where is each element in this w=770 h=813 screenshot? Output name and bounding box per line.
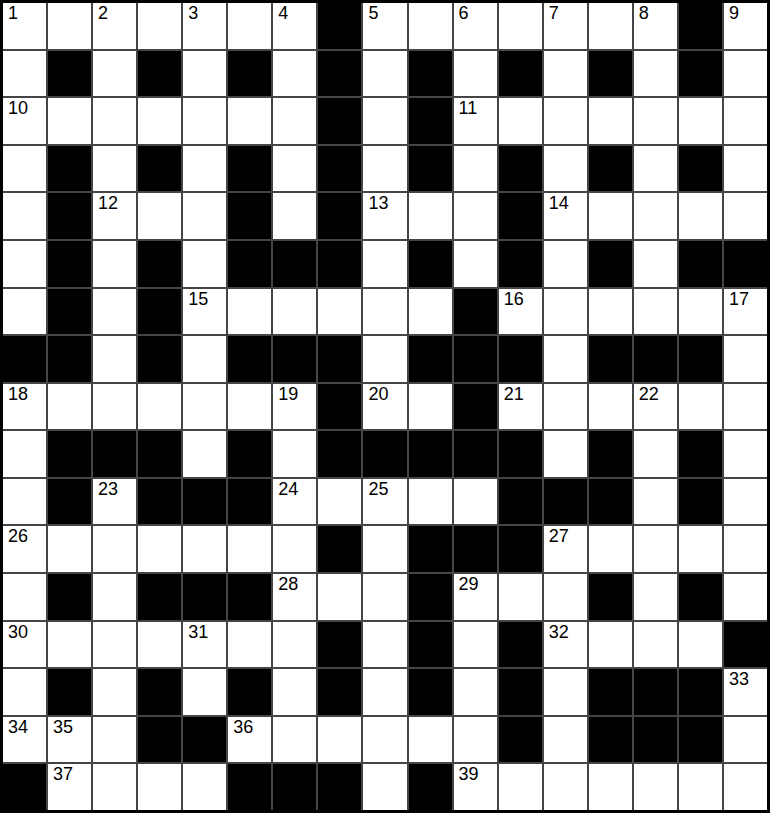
cell-r13c4[interactable]: 31 [183,622,226,668]
clue-number: 13 [368,194,388,214]
cell-r1c12[interactable] [544,51,587,97]
cell-r8c0[interactable]: 18 [3,384,46,430]
cell-r13c2[interactable] [93,622,136,668]
cell-r2c15[interactable] [679,98,722,144]
block-cell-r7c6 [273,336,316,382]
cell-r5c2[interactable] [93,241,136,287]
cell-r5c4[interactable] [183,241,226,287]
block-cell-r11c9 [409,526,452,572]
cell-r9c0[interactable] [3,431,46,477]
cell-r12c12[interactable] [544,574,587,620]
cell-r10c8[interactable]: 25 [363,479,406,525]
cell-r10c16[interactable] [724,479,767,525]
block-cell-r7c1 [48,336,91,382]
block-cell-r5c9 [409,241,452,287]
cell-r16c4[interactable] [183,764,226,810]
cell-r16c15[interactable] [679,764,722,810]
cell-r2c13[interactable] [589,98,632,144]
cell-r0c14[interactable]: 8 [634,3,677,49]
block-cell-r3c9 [409,146,452,192]
block-cell-r0c7 [318,3,361,49]
block-cell-r15c13 [589,717,632,763]
block-cell-r11c11 [499,526,542,572]
cell-r11c14[interactable] [634,526,677,572]
cell-r9c16[interactable] [724,431,767,477]
clue-number: 35 [53,718,73,738]
cell-r6c9[interactable] [409,289,452,335]
cell-r5c8[interactable] [363,241,406,287]
cell-r4c9[interactable] [409,193,452,239]
cell-r2c6[interactable] [273,98,316,144]
block-cell-r4c11 [499,193,542,239]
block-cell-r3c5 [228,146,271,192]
block-cell-r7c15 [679,336,722,382]
clue-number: 26 [8,527,28,547]
cell-r8c14[interactable]: 22 [634,384,677,430]
block-cell-r5c5 [228,241,271,287]
cell-r12c8[interactable] [363,574,406,620]
block-cell-r10c11 [499,479,542,525]
cell-r13c10[interactable] [454,622,497,668]
clue-number: 19 [278,385,298,405]
block-cell-r9c13 [589,431,632,477]
cell-r16c3[interactable] [138,764,181,810]
cell-r0c0[interactable]: 1 [3,3,46,49]
block-cell-r6c3 [138,289,181,335]
cell-r1c4[interactable] [183,51,226,97]
block-cell-r1c7 [318,51,361,97]
block-cell-r4c5 [228,193,271,239]
block-cell-r9c11 [499,431,542,477]
block-cell-r15c14 [634,717,677,763]
block-cell-r7c13 [589,336,632,382]
cell-r4c4[interactable] [183,193,226,239]
cell-r0c12[interactable]: 7 [544,3,587,49]
block-cell-r16c5 [228,764,271,810]
cell-r7c4[interactable] [183,336,226,382]
block-cell-r16c9 [409,764,452,810]
cell-r13c3[interactable] [138,622,181,668]
cell-r2c10[interactable]: 11 [454,98,497,144]
block-cell-r7c5 [228,336,271,382]
cell-r11c8[interactable] [363,526,406,572]
clue-number: 30 [8,623,28,643]
clue-number: 21 [504,385,524,405]
clue-number: 24 [278,480,298,500]
block-cell-r13c16 [724,622,767,668]
cell-r10c6[interactable]: 24 [273,479,316,525]
cell-r8c15[interactable] [679,384,722,430]
cell-r12c11[interactable] [499,574,542,620]
cell-r1c10[interactable] [454,51,497,97]
cell-r2c12[interactable] [544,98,587,144]
cell-r13c14[interactable] [634,622,677,668]
cell-r0c10[interactable]: 6 [454,3,497,49]
block-cell-r1c1 [48,51,91,97]
crossword-grid: 1234567891011121314151617181920212223242… [0,0,770,813]
cell-r10c14[interactable] [634,479,677,525]
cell-r3c0[interactable] [3,146,46,192]
block-cell-r4c7 [318,193,361,239]
block-cell-r5c15 [679,241,722,287]
block-cell-r13c11 [499,622,542,668]
cell-r8c5[interactable] [228,384,271,430]
block-cell-r7c11 [499,336,542,382]
cell-r4c3[interactable] [138,193,181,239]
cell-r11c1[interactable] [48,526,91,572]
block-cell-r6c1 [48,289,91,335]
cell-r3c12[interactable] [544,146,587,192]
block-cell-r11c10 [454,526,497,572]
cell-r13c8[interactable] [363,622,406,668]
cell-r3c8[interactable] [363,146,406,192]
cell-r6c5[interactable] [228,289,271,335]
cell-r6c2[interactable] [93,289,136,335]
cell-r6c13[interactable] [589,289,632,335]
block-cell-r1c13 [589,51,632,97]
cell-r13c0[interactable]: 30 [3,622,46,668]
cell-r2c2[interactable] [93,98,136,144]
cell-r11c2[interactable] [93,526,136,572]
block-cell-r4c1 [48,193,91,239]
cell-r13c12[interactable]: 32 [544,622,587,668]
cell-r9c12[interactable] [544,431,587,477]
cell-r13c5[interactable] [228,622,271,668]
clue-number: 37 [53,765,73,785]
cell-r2c1[interactable] [48,98,91,144]
cell-r11c0[interactable]: 26 [3,526,46,572]
cell-r1c8[interactable] [363,51,406,97]
cell-r14c8[interactable] [363,669,406,715]
cell-r15c6[interactable] [273,717,316,763]
block-cell-r1c3 [138,51,181,97]
cell-r10c10[interactable] [454,479,497,525]
block-cell-r12c1 [48,574,91,620]
cell-r4c16[interactable] [724,193,767,239]
block-cell-r13c9 [409,622,452,668]
cell-r2c3[interactable] [138,98,181,144]
cell-r4c15[interactable] [679,193,722,239]
cell-r2c8[interactable] [363,98,406,144]
block-cell-r16c0 [3,764,46,810]
block-cell-r14c9 [409,669,452,715]
cell-r4c2[interactable]: 12 [93,193,136,239]
cell-r7c12[interactable] [544,336,587,382]
clue-number: 22 [639,385,659,405]
clue-number: 2 [98,4,108,24]
cell-r1c6[interactable] [273,51,316,97]
cell-r0c13[interactable] [589,3,632,49]
block-cell-r12c4 [183,574,226,620]
cell-r14c6[interactable] [273,669,316,715]
cell-r3c6[interactable] [273,146,316,192]
cell-r14c12[interactable] [544,669,587,715]
clue-number: 20 [368,385,388,405]
cell-r8c16[interactable] [724,384,767,430]
cell-r6c4[interactable]: 15 [183,289,226,335]
cell-r10c9[interactable] [409,479,452,525]
cell-r8c13[interactable] [589,384,632,430]
block-cell-r7c9 [409,336,452,382]
block-cell-r14c5 [228,669,271,715]
cell-r3c2[interactable] [93,146,136,192]
cell-r16c13[interactable] [589,764,632,810]
block-cell-r9c3 [138,431,181,477]
cell-r5c10[interactable] [454,241,497,287]
block-cell-r15c15 [679,717,722,763]
cell-r6c6[interactable] [273,289,316,335]
cell-r4c10[interactable] [454,193,497,239]
cell-r7c2[interactable] [93,336,136,382]
cell-r5c12[interactable] [544,241,587,287]
cell-r8c8[interactable]: 20 [363,384,406,430]
block-cell-r5c1 [48,241,91,287]
block-cell-r1c5 [228,51,271,97]
clue-number: 7 [549,4,559,24]
block-cell-r5c7 [318,241,361,287]
cell-r11c5[interactable] [228,526,271,572]
clue-number: 31 [188,623,208,643]
cell-r8c4[interactable] [183,384,226,430]
cell-r16c8[interactable] [363,764,406,810]
cell-r15c1[interactable]: 35 [48,717,91,763]
block-cell-r3c11 [499,146,542,192]
clue-number: 1 [8,4,18,24]
cell-r16c12[interactable] [544,764,587,810]
cell-r11c4[interactable] [183,526,226,572]
cell-r4c8[interactable]: 13 [363,193,406,239]
block-cell-r12c13 [589,574,632,620]
block-cell-r14c7 [318,669,361,715]
cell-r14c16[interactable]: 33 [724,669,767,715]
clue-number: 14 [549,194,569,214]
cell-r3c16[interactable] [724,146,767,192]
cell-r6c14[interactable] [634,289,677,335]
block-cell-r10c4 [183,479,226,525]
cell-r14c2[interactable] [93,669,136,715]
cell-r4c0[interactable] [3,193,46,239]
cell-r10c7[interactable] [318,479,361,525]
cell-r16c14[interactable] [634,764,677,810]
clue-number: 10 [8,99,28,119]
clue-number: 3 [188,4,198,24]
cell-r4c14[interactable] [634,193,677,239]
block-cell-r10c5 [228,479,271,525]
cell-r1c14[interactable] [634,51,677,97]
cell-r4c6[interactable] [273,193,316,239]
block-cell-r11c7 [318,526,361,572]
cell-r9c4[interactable] [183,431,226,477]
block-cell-r10c15 [679,479,722,525]
cell-r1c2[interactable] [93,51,136,97]
block-cell-r9c2 [93,431,136,477]
cell-r8c11[interactable]: 21 [499,384,542,430]
cell-r6c12[interactable] [544,289,587,335]
cell-r0c2[interactable]: 2 [93,3,136,49]
clue-number: 4 [278,4,288,24]
block-cell-r12c15 [679,574,722,620]
block-cell-r9c7 [318,431,361,477]
cell-r16c10[interactable]: 39 [454,764,497,810]
cell-r6c15[interactable] [679,289,722,335]
block-cell-r5c16 [724,241,767,287]
cell-r0c11[interactable] [499,3,542,49]
cell-r6c8[interactable] [363,289,406,335]
cell-r12c6[interactable]: 28 [273,574,316,620]
cell-r0c6[interactable]: 4 [273,3,316,49]
clue-number: 28 [278,575,298,595]
block-cell-r8c10 [454,384,497,430]
cell-r15c9[interactable] [409,717,452,763]
cell-r8c12[interactable] [544,384,587,430]
cell-r7c8[interactable] [363,336,406,382]
cell-r12c7[interactable] [318,574,361,620]
cell-r14c10[interactable] [454,669,497,715]
cell-r10c2[interactable]: 23 [93,479,136,525]
cell-r16c2[interactable] [93,764,136,810]
cell-r16c1[interactable]: 37 [48,764,91,810]
cell-r15c5[interactable]: 36 [228,717,271,763]
cell-r3c10[interactable] [454,146,497,192]
clue-number: 33 [729,670,749,690]
cell-r0c4[interactable]: 3 [183,3,226,49]
block-cell-r5c11 [499,241,542,287]
cell-r8c1[interactable] [48,384,91,430]
block-cell-r16c7 [318,764,361,810]
block-cell-r9c10 [454,431,497,477]
cell-r5c0[interactable] [3,241,46,287]
cell-r15c8[interactable] [363,717,406,763]
block-cell-r15c4 [183,717,226,763]
cell-r1c0[interactable] [3,51,46,97]
clue-number: 36 [233,718,253,738]
cell-r11c6[interactable] [273,526,316,572]
cell-r12c10[interactable]: 29 [454,574,497,620]
cell-r0c1[interactable] [48,3,91,49]
cell-r1c16[interactable] [724,51,767,97]
cell-r15c2[interactable] [93,717,136,763]
clue-number: 12 [98,194,118,214]
cell-r15c10[interactable] [454,717,497,763]
block-cell-r3c15 [679,146,722,192]
cell-r2c11[interactable] [499,98,542,144]
clue-number: 34 [8,718,28,738]
clue-number: 11 [459,99,478,119]
block-cell-r3c1 [48,146,91,192]
cell-r4c13[interactable] [589,193,632,239]
clue-number: 39 [459,765,479,785]
cell-r8c2[interactable] [93,384,136,430]
cell-r9c14[interactable] [634,431,677,477]
block-cell-r12c9 [409,574,452,620]
cell-r15c16[interactable] [724,717,767,763]
cell-r6c0[interactable] [3,289,46,335]
block-cell-r3c13 [589,146,632,192]
block-cell-r6c10 [454,289,497,335]
cell-r2c0[interactable]: 10 [3,98,46,144]
clue-number: 8 [639,4,649,24]
cell-r3c14[interactable] [634,146,677,192]
cell-r6c16[interactable]: 17 [724,289,767,335]
cell-r11c15[interactable] [679,526,722,572]
block-cell-r7c7 [318,336,361,382]
cell-r0c3[interactable] [138,3,181,49]
cell-r2c16[interactable] [724,98,767,144]
cell-r12c14[interactable] [634,574,677,620]
block-cell-r1c11 [499,51,542,97]
cell-r15c12[interactable] [544,717,587,763]
cell-r0c8[interactable]: 5 [363,3,406,49]
cell-r0c16[interactable]: 9 [724,3,767,49]
cell-r4c12[interactable]: 14 [544,193,587,239]
cell-r12c2[interactable] [93,574,136,620]
cell-r13c13[interactable] [589,622,632,668]
cell-r2c5[interactable] [228,98,271,144]
block-cell-r7c3 [138,336,181,382]
cell-r13c1[interactable] [48,622,91,668]
block-cell-r9c9 [409,431,452,477]
cell-r0c9[interactable] [409,3,452,49]
cell-r2c4[interactable] [183,98,226,144]
clue-number: 6 [459,4,469,24]
clue-number: 17 [729,290,749,310]
cell-r8c6[interactable]: 19 [273,384,316,430]
cell-r10c0[interactable] [3,479,46,525]
cell-r7c16[interactable] [724,336,767,382]
clue-number: 25 [368,480,388,500]
cell-r14c4[interactable] [183,669,226,715]
cell-r9c6[interactable] [273,431,316,477]
cell-r12c16[interactable] [724,574,767,620]
cell-r3c4[interactable] [183,146,226,192]
cell-r16c16[interactable] [724,764,767,810]
clue-number: 23 [98,480,118,500]
block-cell-r1c15 [679,51,722,97]
block-cell-r1c9 [409,51,452,97]
cell-r0c5[interactable] [228,3,271,49]
cell-r11c13[interactable] [589,526,632,572]
block-cell-r15c11 [499,717,542,763]
block-cell-r2c7 [318,98,361,144]
block-cell-r7c14 [634,336,677,382]
cell-r6c11[interactable]: 16 [499,289,542,335]
block-cell-r9c15 [679,431,722,477]
block-cell-r2c9 [409,98,452,144]
block-cell-r14c1 [48,669,91,715]
block-cell-r13c7 [318,622,361,668]
block-cell-r14c15 [679,669,722,715]
block-cell-r5c3 [138,241,181,287]
cell-r2c14[interactable] [634,98,677,144]
cell-r11c16[interactable] [724,526,767,572]
block-cell-r10c12 [544,479,587,525]
cell-r5c14[interactable] [634,241,677,287]
cell-r13c6[interactable] [273,622,316,668]
cell-r6c7[interactable] [318,289,361,335]
cell-r15c0[interactable]: 34 [3,717,46,763]
cell-r11c3[interactable] [138,526,181,572]
cell-r12c0[interactable] [3,574,46,620]
cell-r13c15[interactable] [679,622,722,668]
cell-r15c7[interactable] [318,717,361,763]
cell-r11c12[interactable]: 27 [544,526,587,572]
block-cell-r9c1 [48,431,91,477]
clue-number: 29 [459,575,479,595]
cell-r8c3[interactable] [138,384,181,430]
cell-r14c0[interactable] [3,669,46,715]
cell-r16c11[interactable] [499,764,542,810]
cell-r8c9[interactable] [409,384,452,430]
